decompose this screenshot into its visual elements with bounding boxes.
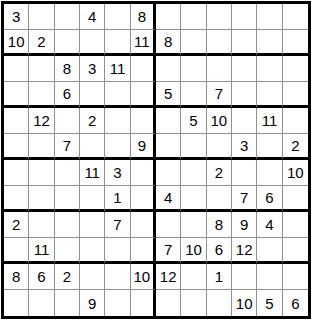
cell-r12c2-empty[interactable] [29, 290, 54, 316]
cell-r10c2-given[interactable]: 11 [29, 238, 54, 264]
cell-r3c4-given[interactable]: 3 [80, 56, 105, 82]
cell-r11c2-given[interactable]: 6 [29, 264, 54, 290]
cell-r9c8-empty[interactable] [181, 212, 206, 238]
cell-r1c12-empty[interactable] [283, 4, 308, 30]
cell-r1c3-empty[interactable] [55, 4, 80, 30]
cell-r10c9-given[interactable]: 6 [207, 238, 232, 264]
cell-r4c6-empty[interactable] [131, 82, 156, 108]
cell-r8c8-empty[interactable] [181, 186, 206, 212]
cell-r3c10-empty[interactable] [232, 56, 257, 82]
cell-r4c8-empty[interactable] [181, 82, 206, 108]
cell-r9c1-given[interactable]: 2 [4, 212, 29, 238]
cell-r4c4-empty[interactable] [80, 82, 105, 108]
cell-r11c10-empty[interactable] [232, 264, 257, 290]
cell-r7c4-given[interactable]: 11 [80, 160, 105, 186]
cell-r2c3-empty[interactable] [55, 30, 80, 56]
cell-r6c4-empty[interactable] [80, 134, 105, 160]
cell-r2c4-empty[interactable] [80, 30, 105, 56]
cell-r1c4-given[interactable]: 4 [80, 4, 105, 30]
cell-r2c1-given[interactable]: 10 [4, 30, 29, 56]
cell-r5c9-given[interactable]: 10 [207, 108, 232, 134]
cell-r7c7-empty[interactable] [156, 160, 181, 186]
cell-r12c3-empty[interactable] [55, 290, 80, 316]
cell-r7c11-empty[interactable] [257, 160, 282, 186]
cell-r9c3-empty[interactable] [55, 212, 80, 238]
cell-r9c9-given[interactable]: 8 [207, 212, 232, 238]
cell-r8c9-empty[interactable] [207, 186, 232, 212]
cell-r8c3-empty[interactable] [55, 186, 80, 212]
cell-r6c8-empty[interactable] [181, 134, 206, 160]
cell-r9c11-given[interactable]: 4 [257, 212, 282, 238]
cell-r3c8-empty[interactable] [181, 56, 206, 82]
cell-r7c9-given[interactable]: 2 [207, 160, 232, 186]
cell-r9c2-empty[interactable] [29, 212, 54, 238]
sudoku-page: 3481021188311657122510117932113210147627… [0, 0, 312, 320]
cell-r1c7-empty[interactable] [156, 4, 181, 30]
cell-r9c5-given[interactable]: 7 [105, 212, 130, 238]
cell-r6c10-given[interactable]: 3 [232, 134, 257, 160]
cell-r9c4-empty[interactable] [80, 212, 105, 238]
cell-r8c1-empty[interactable] [4, 186, 29, 212]
cell-r3c2-empty[interactable] [29, 56, 54, 82]
cell-r4c3-given[interactable]: 6 [55, 82, 80, 108]
cell-r6c9-empty[interactable] [207, 134, 232, 160]
cell-r10c1-empty[interactable] [4, 238, 29, 264]
cell-r4c1-empty[interactable] [4, 82, 29, 108]
cell-r9c10-given[interactable]: 9 [232, 212, 257, 238]
cell-r2c6-given[interactable]: 11 [131, 30, 156, 56]
cell-r11c7-given[interactable]: 12 [156, 264, 181, 290]
cell-r5c11-given[interactable]: 11 [257, 108, 282, 134]
cell-r3c6-empty[interactable] [131, 56, 156, 82]
cell-r6c5-empty[interactable] [105, 134, 130, 160]
sudoku-board: 3481021188311657122510117932113210147627… [1, 1, 311, 319]
cell-r10c4-empty[interactable] [80, 238, 105, 264]
cell-r4c2-empty[interactable] [29, 82, 54, 108]
cell-r5c12-empty[interactable] [283, 108, 308, 134]
cell-r2c2-given[interactable]: 2 [29, 30, 54, 56]
cell-r1c2-empty[interactable] [29, 4, 54, 30]
cell-r10c5-empty[interactable] [105, 238, 130, 264]
cell-r6c3-given[interactable]: 7 [55, 134, 80, 160]
cell-r8c11-given[interactable]: 6 [257, 186, 282, 212]
cell-r6c12-given[interactable]: 2 [283, 134, 308, 160]
cell-r7c6-empty[interactable] [131, 160, 156, 186]
cell-r1c6-given[interactable]: 8 [131, 4, 156, 30]
cell-r4c9-given[interactable]: 7 [207, 82, 232, 108]
cell-r12c12-given[interactable]: 6 [283, 290, 308, 316]
cell-r12c9-empty[interactable] [207, 290, 232, 316]
cell-r7c12-given[interactable]: 10 [283, 160, 308, 186]
cell-r12c11-given[interactable]: 5 [257, 290, 282, 316]
cell-r7c5-given[interactable]: 3 [105, 160, 130, 186]
cell-r12c1-empty[interactable] [4, 290, 29, 316]
cell-r1c5-empty[interactable] [105, 4, 130, 30]
cell-r1c10-empty[interactable] [232, 4, 257, 30]
cell-r5c4-given[interactable]: 2 [80, 108, 105, 134]
cell-r4c11-empty[interactable] [257, 82, 282, 108]
cell-r2c11-empty[interactable] [257, 30, 282, 56]
cell-r5c8-given[interactable]: 5 [181, 108, 206, 134]
cell-r4c10-empty[interactable] [232, 82, 257, 108]
cell-r10c3-empty[interactable] [55, 238, 80, 264]
cell-r7c2-empty[interactable] [29, 160, 54, 186]
cell-r8c5-given[interactable]: 1 [105, 186, 130, 212]
cell-r11c12-empty[interactable] [283, 264, 308, 290]
cell-r11c9-given[interactable]: 1 [207, 264, 232, 290]
cell-r2c8-empty[interactable] [181, 30, 206, 56]
cell-r11c11-empty[interactable] [257, 264, 282, 290]
cell-r7c3-empty[interactable] [55, 160, 80, 186]
cell-r3c9-empty[interactable] [207, 56, 232, 82]
cell-r5c5-empty[interactable] [105, 108, 130, 134]
cell-r3c7-empty[interactable] [156, 56, 181, 82]
cell-r11c6-given[interactable]: 10 [131, 264, 156, 290]
cell-r6c2-empty[interactable] [29, 134, 54, 160]
cell-r7c10-empty[interactable] [232, 160, 257, 186]
cell-r8c10-given[interactable]: 7 [232, 186, 257, 212]
cell-r2c5-empty[interactable] [105, 30, 130, 56]
cell-r8c6-empty[interactable] [131, 186, 156, 212]
cell-r9c7-empty[interactable] [156, 212, 181, 238]
cell-r1c11-empty[interactable] [257, 4, 282, 30]
cell-r11c5-empty[interactable] [105, 264, 130, 290]
cell-r3c1-empty[interactable] [4, 56, 29, 82]
cell-r11c4-empty[interactable] [80, 264, 105, 290]
cell-r6c7-empty[interactable] [156, 134, 181, 160]
cell-r1c8-empty[interactable] [181, 4, 206, 30]
cell-r11c1-given[interactable]: 8 [4, 264, 29, 290]
cell-r5c6-empty[interactable] [131, 108, 156, 134]
cell-r3c3-given[interactable]: 8 [55, 56, 80, 82]
cell-r2c12-empty[interactable] [283, 30, 308, 56]
cell-r12c5-empty[interactable] [105, 290, 130, 316]
cell-r10c8-given[interactable]: 10 [181, 238, 206, 264]
cell-r10c10-given[interactable]: 12 [232, 238, 257, 264]
cell-r3c5-given[interactable]: 11 [105, 56, 130, 82]
cell-r9c12-empty[interactable] [283, 212, 308, 238]
cell-r5c2-given[interactable]: 12 [29, 108, 54, 134]
cell-r11c3-given[interactable]: 2 [55, 264, 80, 290]
cell-r12c6-empty[interactable] [131, 290, 156, 316]
cell-r12c10-given[interactable]: 10 [232, 290, 257, 316]
cell-r10c7-given[interactable]: 7 [156, 238, 181, 264]
cell-r10c11-empty[interactable] [257, 238, 282, 264]
cell-r7c8-empty[interactable] [181, 160, 206, 186]
cell-r5c3-empty[interactable] [55, 108, 80, 134]
cell-r6c6-given[interactable]: 9 [131, 134, 156, 160]
cell-r4c5-empty[interactable] [105, 82, 130, 108]
cell-r8c4-empty[interactable] [80, 186, 105, 212]
cell-r1c9-empty[interactable] [207, 4, 232, 30]
cell-r3c12-empty[interactable] [283, 56, 308, 82]
cell-r8c12-empty[interactable] [283, 186, 308, 212]
cell-r2c10-empty[interactable] [232, 30, 257, 56]
cell-r4c12-empty[interactable] [283, 82, 308, 108]
cell-r2c7-given[interactable]: 8 [156, 30, 181, 56]
cell-r8c2-empty[interactable] [29, 186, 54, 212]
cell-r8c7-given[interactable]: 4 [156, 186, 181, 212]
cell-r5c1-empty[interactable] [4, 108, 29, 134]
cell-r3c11-empty[interactable] [257, 56, 282, 82]
cell-r5c7-empty[interactable] [156, 108, 181, 134]
cell-r11c8-empty[interactable] [181, 264, 206, 290]
cell-r9c6-empty[interactable] [131, 212, 156, 238]
cell-r10c12-empty[interactable] [283, 238, 308, 264]
cell-r7c1-empty[interactable] [4, 160, 29, 186]
cell-r6c1-empty[interactable] [4, 134, 29, 160]
cell-r5c10-empty[interactable] [232, 108, 257, 134]
cell-r6c11-empty[interactable] [257, 134, 282, 160]
cell-r12c7-empty[interactable] [156, 290, 181, 316]
cell-r2c9-empty[interactable] [207, 30, 232, 56]
cell-r10c6-empty[interactable] [131, 238, 156, 264]
cell-r12c4-given[interactable]: 9 [80, 290, 105, 316]
cell-r4c7-given[interactable]: 5 [156, 82, 181, 108]
cell-r12c8-empty[interactable] [181, 290, 206, 316]
cell-r1c1-given[interactable]: 3 [4, 4, 29, 30]
